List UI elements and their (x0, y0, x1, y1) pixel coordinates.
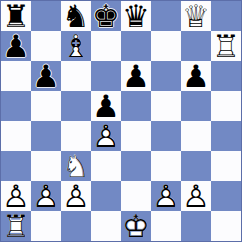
black-pawn: ♟ (91, 91, 121, 121)
square-g7[interactable] (181, 31, 211, 61)
square-e3[interactable] (121, 151, 151, 181)
square-c4[interactable] (61, 121, 91, 151)
square-b7[interactable] (31, 31, 61, 61)
square-a3[interactable] (1, 151, 31, 181)
square-f5[interactable] (151, 91, 181, 121)
square-f8[interactable] (151, 1, 181, 31)
square-d7[interactable] (91, 31, 121, 61)
square-d5[interactable]: ♟ (91, 91, 121, 121)
white-rook: ♜♖ (211, 31, 241, 61)
square-e1[interactable]: ♚♔ (121, 211, 151, 241)
square-h5[interactable] (211, 91, 241, 121)
white-knight: ♞♘ (61, 151, 91, 181)
square-b2[interactable]: ♟♙ (31, 181, 61, 211)
chess-board: ♜♞♚♛♛♕♟♝♗♜♖♟♟♟♟♟♙♞♘♟♙♟♙♟♙♟♙♟♙♜♖♚♔ (1, 1, 241, 241)
square-h7[interactable]: ♜♖ (211, 31, 241, 61)
square-c3[interactable]: ♞♘ (61, 151, 91, 181)
square-d6[interactable] (91, 61, 121, 91)
black-knight: ♞ (61, 1, 91, 31)
square-h8[interactable] (211, 1, 241, 31)
black-pawn: ♟ (121, 61, 151, 91)
square-a1[interactable]: ♜♖ (1, 211, 31, 241)
square-d4[interactable]: ♟♙ (91, 121, 121, 151)
square-c5[interactable] (61, 91, 91, 121)
square-a7[interactable]: ♟ (1, 31, 31, 61)
square-f4[interactable] (151, 121, 181, 151)
square-f7[interactable] (151, 31, 181, 61)
square-e8[interactable]: ♛ (121, 1, 151, 31)
square-b8[interactable] (31, 1, 61, 31)
white-pawn: ♟♙ (31, 181, 61, 211)
square-d2[interactable] (91, 181, 121, 211)
white-rook: ♜♖ (1, 211, 31, 241)
white-pawn: ♟♙ (91, 121, 121, 151)
square-f1[interactable] (151, 211, 181, 241)
square-e6[interactable]: ♟ (121, 61, 151, 91)
square-g2[interactable]: ♟♙ (181, 181, 211, 211)
square-f6[interactable] (151, 61, 181, 91)
square-g6[interactable]: ♟ (181, 61, 211, 91)
white-queen: ♛♕ (181, 1, 211, 31)
square-b4[interactable] (31, 121, 61, 151)
square-d8[interactable]: ♚ (91, 1, 121, 31)
square-a6[interactable] (1, 61, 31, 91)
square-g5[interactable] (181, 91, 211, 121)
square-g3[interactable] (181, 151, 211, 181)
white-pawn: ♟♙ (151, 181, 181, 211)
square-a4[interactable] (1, 121, 31, 151)
black-pawn: ♟ (181, 61, 211, 91)
square-b6[interactable]: ♟ (31, 61, 61, 91)
square-b3[interactable] (31, 151, 61, 181)
black-pawn: ♟ (31, 61, 61, 91)
square-e4[interactable] (121, 121, 151, 151)
square-c6[interactable] (61, 61, 91, 91)
square-c8[interactable]: ♞ (61, 1, 91, 31)
black-pawn: ♟ (1, 31, 31, 61)
square-h1[interactable] (211, 211, 241, 241)
square-g1[interactable] (181, 211, 211, 241)
black-rook: ♜ (1, 1, 31, 31)
square-g8[interactable]: ♛♕ (181, 1, 211, 31)
square-h6[interactable] (211, 61, 241, 91)
square-c2[interactable]: ♟♙ (61, 181, 91, 211)
square-f2[interactable]: ♟♙ (151, 181, 181, 211)
white-king: ♚♔ (121, 211, 151, 241)
square-c1[interactable] (61, 211, 91, 241)
square-e7[interactable] (121, 31, 151, 61)
square-a5[interactable] (1, 91, 31, 121)
square-f3[interactable] (151, 151, 181, 181)
black-king: ♚ (91, 1, 121, 31)
white-pawn: ♟♙ (61, 181, 91, 211)
square-a8[interactable]: ♜ (1, 1, 31, 31)
square-d1[interactable] (91, 211, 121, 241)
square-c7[interactable]: ♝♗ (61, 31, 91, 61)
black-queen: ♛ (121, 1, 151, 31)
square-d3[interactable] (91, 151, 121, 181)
square-a2[interactable]: ♟♙ (1, 181, 31, 211)
square-b5[interactable] (31, 91, 61, 121)
square-e2[interactable] (121, 181, 151, 211)
square-h3[interactable] (211, 151, 241, 181)
square-g4[interactable] (181, 121, 211, 151)
white-pawn: ♟♙ (181, 181, 211, 211)
white-pawn: ♟♙ (1, 181, 31, 211)
square-h4[interactable] (211, 121, 241, 151)
square-h2[interactable] (211, 181, 241, 211)
chess-board-frame: ♜♞♚♛♛♕♟♝♗♜♖♟♟♟♟♟♙♞♘♟♙♟♙♟♙♟♙♟♙♜♖♚♔ (0, 0, 242, 242)
square-b1[interactable] (31, 211, 61, 241)
square-e5[interactable] (121, 91, 151, 121)
white-bishop: ♝♗ (61, 31, 91, 61)
